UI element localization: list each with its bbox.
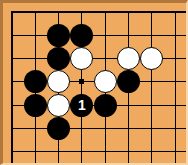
black-stone bbox=[94, 94, 117, 117]
star-point-marker bbox=[79, 79, 84, 84]
white-stone bbox=[47, 94, 70, 117]
black-stone bbox=[24, 94, 47, 117]
black-stone bbox=[47, 24, 70, 47]
go-board-diagram: 1 bbox=[0, 0, 188, 165]
